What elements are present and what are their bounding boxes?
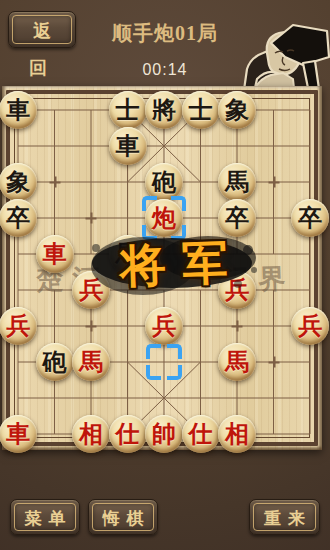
point-cross-marker [232, 321, 243, 332]
piece-glyph: 車 [43, 242, 67, 266]
piece-glyph: 馬 [225, 350, 249, 374]
piece-black-elephant[interactable]: 象 [218, 91, 256, 129]
piece-glyph: 仕 [116, 422, 140, 446]
piece-glyph: 兵 [298, 314, 322, 338]
piece-glyph: 馬 [225, 170, 249, 194]
point-cross-marker [86, 213, 97, 224]
piece-glyph: 士 [116, 98, 140, 122]
piece-glyph: 將 [152, 98, 176, 122]
piece-glyph: 車 [6, 98, 30, 122]
piece-red-rook[interactable]: 車 [36, 235, 74, 273]
piece-black-elephant[interactable]: 象 [0, 163, 37, 201]
piece-red-elephant[interactable]: 相 [218, 415, 256, 453]
piece-glyph: 相 [225, 422, 249, 446]
piece-black-pawn[interactable]: 卒 [0, 199, 37, 237]
piece-red-pawn[interactable]: 兵 [291, 307, 329, 345]
piece-red-king[interactable]: 帥 [145, 415, 183, 453]
piece-red-horse[interactable]: 馬 [72, 343, 110, 381]
restart-button[interactable]: 重来 [249, 499, 320, 535]
piece-black-rook[interactable]: 車 [109, 127, 147, 165]
piece-glyph: 象 [225, 98, 249, 122]
piece-black-horse[interactable]: 馬 [218, 163, 256, 201]
piece-red-advisor[interactable]: 仕 [182, 415, 220, 453]
piece-black-cannon[interactable]: 砲 [36, 343, 74, 381]
river-watermark-char: 界 [258, 261, 286, 298]
piece-red-pawn[interactable]: 兵 [72, 271, 110, 309]
piece-glyph: 馬 [79, 350, 103, 374]
piece-glyph: 砲 [152, 170, 176, 194]
piece-red-advisor[interactable]: 仕 [109, 415, 147, 453]
piece-glyph: 帥 [152, 422, 176, 446]
xiangqi-app-screen: 返回 顺手炮01局 00:14 楚河汉界 車士將士象車象砲馬卒炮卒卒車馬兵兵兵兵… [0, 0, 330, 550]
piece-glyph: 相 [79, 422, 103, 446]
menu-button[interactable]: 菜单 [10, 499, 80, 535]
piece-glyph: 兵 [225, 278, 249, 302]
piece-red-horse[interactable]: 馬 [218, 343, 256, 381]
piece-red-pawn[interactable]: 兵 [0, 307, 37, 345]
point-cross-marker [49, 177, 60, 188]
piece-glyph: 士 [189, 98, 213, 122]
piece-glyph: 卒 [225, 206, 249, 230]
piece-black-horse[interactable]: 馬 [109, 235, 147, 273]
piece-glyph: 兵 [152, 314, 176, 338]
piece-red-pawn[interactable]: 兵 [145, 307, 183, 345]
piece-black-pawn[interactable]: 卒 [291, 199, 329, 237]
point-cross-marker [268, 177, 279, 188]
piece-black-advisor[interactable]: 士 [109, 91, 147, 129]
piece-red-cannon[interactable]: 炮 [145, 199, 183, 237]
piece-glyph: 仕 [189, 422, 213, 446]
piece-glyph: 車 [6, 422, 30, 446]
piece-glyph: 砲 [43, 350, 67, 374]
piece-glyph: 馬 [116, 242, 140, 266]
piece-black-king[interactable]: 將 [145, 91, 183, 129]
piece-glyph: 兵 [6, 314, 30, 338]
piece-glyph: 卒 [6, 206, 30, 230]
piece-black-pawn[interactable]: 卒 [218, 199, 256, 237]
piece-red-elephant[interactable]: 相 [72, 415, 110, 453]
piece-red-rook[interactable]: 車 [0, 415, 37, 453]
piece-glyph: 車 [116, 134, 140, 158]
point-cross-marker [268, 357, 279, 368]
piece-glyph: 象 [6, 170, 30, 194]
undo-move-button[interactable]: 悔棋 [88, 499, 158, 535]
piece-black-rook[interactable]: 車 [0, 91, 37, 129]
piece-glyph: 卒 [298, 206, 322, 230]
piece-black-cannon[interactable]: 砲 [145, 163, 183, 201]
piece-black-advisor[interactable]: 士 [182, 91, 220, 129]
piece-glyph: 兵 [79, 278, 103, 302]
piece-glyph: 炮 [152, 206, 176, 230]
point-cross-marker [86, 321, 97, 332]
piece-red-pawn[interactable]: 兵 [218, 271, 256, 309]
